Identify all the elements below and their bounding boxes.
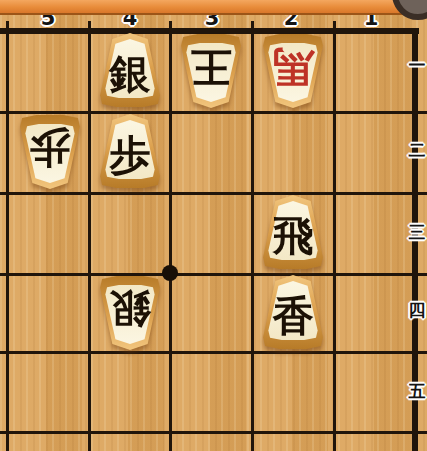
- square-4-3[interactable]: [89, 193, 170, 274]
- piece-glyph: 飛: [259, 195, 327, 269]
- square-5-4[interactable]: [7, 274, 89, 352]
- piece-gote-silver-44[interactable]: 銀: [96, 276, 164, 350]
- square-3-4[interactable]: [170, 274, 252, 352]
- piece-glyph: 銀: [96, 276, 164, 350]
- square-1-4[interactable]: [334, 274, 413, 352]
- rank-label-5: 五: [404, 382, 427, 400]
- rank-label-2: 二: [404, 141, 427, 159]
- square-1-2[interactable]: [334, 112, 413, 193]
- piece-gote-promoted-bishop-21[interactable]: 馬: [259, 34, 327, 108]
- piece-glyph: 王: [177, 34, 245, 108]
- piece-sente-rook-23[interactable]: 飛: [259, 195, 327, 269]
- piece-glyph: 歩: [16, 115, 84, 189]
- square-3-3[interactable]: [170, 193, 252, 274]
- square-2-2[interactable]: [252, 112, 334, 193]
- piece-gote-pawn-52[interactable]: 歩: [16, 115, 84, 189]
- piece-glyph: 馬: [259, 34, 327, 108]
- square-3-2[interactable]: [170, 112, 252, 193]
- square-1-1[interactable]: [334, 30, 413, 112]
- piece-sente-silver-41[interactable]: 銀: [96, 33, 164, 107]
- rank-label-4: 四: [404, 301, 427, 319]
- rank-label-1: 一: [404, 56, 427, 74]
- piece-glyph: 銀: [96, 33, 164, 107]
- rank-label-3: 三: [404, 223, 427, 241]
- square-5-5[interactable]: [7, 352, 89, 432]
- square-5-3[interactable]: [7, 193, 89, 274]
- shogi-board[interactable]: 5 4 3 2 1 一 二 三 四 五 銀 王 馬 歩 歩 飛: [0, 0, 427, 451]
- square-3-5[interactable]: [170, 352, 252, 432]
- square-4-5[interactable]: [89, 352, 170, 432]
- square-2-5[interactable]: [252, 352, 334, 432]
- piece-sente-pawn-42[interactable]: 歩: [96, 114, 164, 188]
- piece-glyph: 歩: [96, 114, 164, 188]
- piece-glyph: 香: [259, 275, 327, 349]
- app-header-bar: [0, 0, 427, 15]
- piece-gote-king-31[interactable]: 王: [177, 34, 245, 108]
- piece-sente-lance-24[interactable]: 香: [259, 275, 327, 349]
- square-1-3[interactable]: [334, 193, 413, 274]
- square-5-1[interactable]: [7, 30, 89, 112]
- square-1-5[interactable]: [334, 352, 413, 432]
